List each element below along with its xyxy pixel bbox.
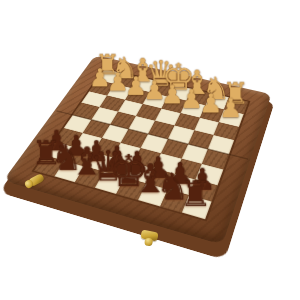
- piece-black-rook[interactable]: ♜: [179, 176, 211, 211]
- chess-board: ♜♞♝♛♚♝♞♜♟♟♟♟♟♟♟♟♟♟♟♟♟♟♟♟♜♞♝♛♚♝♞♜: [3, 55, 272, 245]
- piece-white-pawn[interactable]: ♟: [218, 95, 242, 121]
- square-r3c4[interactable]: [148, 121, 174, 139]
- board-scene: ♜♞♝♛♚♝♞♜♟♟♟♟♟♟♟♟♟♟♟♟♟♟♟♟♜♞♝♛♚♝♞♜: [0, 0, 300, 300]
- chess-set-photo: ♜♞♝♛♚♝♞♜♟♟♟♟♟♟♟♟♟♟♟♟♟♟♟♟♜♞♝♛♚♝♞♜: [0, 0, 300, 300]
